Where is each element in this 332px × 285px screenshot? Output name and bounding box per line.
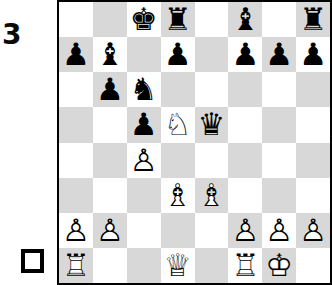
white-king[interactable]: ♔ <box>265 250 293 281</box>
square-a1[interactable]: ♖ <box>59 248 93 283</box>
square-a8[interactable] <box>59 2 93 37</box>
square-b7[interactable]: ♝ <box>93 37 127 72</box>
square-h4[interactable] <box>296 143 330 178</box>
square-h2[interactable]: ♙ <box>296 213 330 248</box>
square-c6[interactable]: ♞ <box>127 72 161 107</box>
square-d2[interactable] <box>161 213 195 248</box>
square-e2[interactable] <box>195 213 229 248</box>
square-g5[interactable] <box>262 107 296 142</box>
white-to-move-indicator <box>21 249 44 273</box>
square-d8[interactable]: ♜ <box>161 2 195 37</box>
square-c2[interactable] <box>127 213 161 248</box>
square-h8[interactable]: ♜ <box>296 2 330 37</box>
square-a4[interactable] <box>59 143 93 178</box>
black-pawn[interactable]: ♟ <box>96 74 124 105</box>
square-g3[interactable] <box>262 178 296 213</box>
square-h7[interactable]: ♟ <box>296 37 330 72</box>
square-f4[interactable] <box>228 143 262 178</box>
square-d6[interactable] <box>161 72 195 107</box>
square-a2[interactable]: ♙ <box>59 213 93 248</box>
square-c5[interactable]: ♟ <box>127 107 161 142</box>
square-g2[interactable]: ♙ <box>262 213 296 248</box>
square-f1[interactable]: ♖ <box>228 248 262 283</box>
square-h5[interactable] <box>296 107 330 142</box>
square-e5[interactable]: ♛ <box>195 107 229 142</box>
square-d5[interactable]: ♘ <box>161 107 195 142</box>
black-bishop[interactable]: ♝ <box>231 4 259 35</box>
white-knight[interactable]: ♘ <box>164 109 192 140</box>
white-pawn[interactable]: ♙ <box>231 215 259 246</box>
square-c4[interactable]: ♙ <box>127 143 161 178</box>
square-g7[interactable]: ♟ <box>262 37 296 72</box>
black-pawn[interactable]: ♟ <box>231 39 259 70</box>
black-pawn[interactable]: ♟ <box>265 39 293 70</box>
square-c8[interactable]: ♚ <box>127 2 161 37</box>
white-queen[interactable]: ♕ <box>164 250 192 281</box>
square-f6[interactable] <box>228 72 262 107</box>
square-b8[interactable] <box>93 2 127 37</box>
square-d7[interactable]: ♟ <box>161 37 195 72</box>
square-f2[interactable]: ♙ <box>228 213 262 248</box>
square-b3[interactable] <box>93 178 127 213</box>
square-a3[interactable] <box>59 178 93 213</box>
black-rook[interactable]: ♜ <box>299 4 327 35</box>
white-rook[interactable]: ♖ <box>62 250 90 281</box>
white-rook[interactable]: ♖ <box>231 250 259 281</box>
white-pawn[interactable]: ♙ <box>265 215 293 246</box>
square-d4[interactable] <box>161 143 195 178</box>
square-h1[interactable] <box>296 248 330 283</box>
square-e4[interactable] <box>195 143 229 178</box>
square-g4[interactable] <box>262 143 296 178</box>
square-b6[interactable]: ♟ <box>93 72 127 107</box>
square-a5[interactable] <box>59 107 93 142</box>
square-e8[interactable] <box>195 2 229 37</box>
square-d1[interactable]: ♕ <box>161 248 195 283</box>
square-g8[interactable] <box>262 2 296 37</box>
square-a6[interactable] <box>59 72 93 107</box>
square-h3[interactable] <box>296 178 330 213</box>
square-h6[interactable] <box>296 72 330 107</box>
square-e3[interactable]: ♗ <box>195 178 229 213</box>
chess-board: ♚♜♝♜♟♝♟♟♟♟♟♞♟♘♛♙♗♗♙♙♙♙♙♖♕♖♔ <box>57 0 332 285</box>
square-a7[interactable]: ♟ <box>59 37 93 72</box>
white-bishop[interactable]: ♗ <box>198 180 226 211</box>
black-knight[interactable]: ♞ <box>130 74 158 105</box>
black-pawn[interactable]: ♟ <box>164 39 192 70</box>
square-d3[interactable]: ♗ <box>161 178 195 213</box>
white-pawn[interactable]: ♙ <box>96 215 124 246</box>
square-b4[interactable] <box>93 143 127 178</box>
square-e6[interactable] <box>195 72 229 107</box>
white-pawn[interactable]: ♙ <box>299 215 327 246</box>
square-c1[interactable] <box>127 248 161 283</box>
black-pawn[interactable]: ♟ <box>299 39 327 70</box>
square-b5[interactable] <box>93 107 127 142</box>
square-e7[interactable] <box>195 37 229 72</box>
black-king[interactable]: ♚ <box>130 4 158 35</box>
white-pawn[interactable]: ♙ <box>130 145 158 176</box>
black-rook[interactable]: ♜ <box>164 4 192 35</box>
square-f5[interactable] <box>228 107 262 142</box>
square-c3[interactable] <box>127 178 161 213</box>
square-f3[interactable] <box>228 178 262 213</box>
square-e1[interactable] <box>195 248 229 283</box>
puzzle-number: 3 <box>2 20 21 51</box>
black-queen[interactable]: ♛ <box>198 109 226 140</box>
square-b1[interactable] <box>93 248 127 283</box>
black-pawn[interactable]: ♟ <box>130 109 158 140</box>
black-pawn[interactable]: ♟ <box>62 39 90 70</box>
square-b2[interactable]: ♙ <box>93 213 127 248</box>
square-c7[interactable] <box>127 37 161 72</box>
white-bishop[interactable]: ♗ <box>164 180 192 211</box>
square-f8[interactable]: ♝ <box>228 2 262 37</box>
black-bishop[interactable]: ♝ <box>96 39 124 70</box>
square-f7[interactable]: ♟ <box>228 37 262 72</box>
square-g1[interactable]: ♔ <box>262 248 296 283</box>
square-g6[interactable] <box>262 72 296 107</box>
chess-puzzle-page: 3 ♚♜♝♜♟♝♟♟♟♟♟♞♟♘♛♙♗♗♙♙♙♙♙♖♕♖♔ <box>0 0 332 285</box>
white-pawn[interactable]: ♙ <box>62 215 90 246</box>
